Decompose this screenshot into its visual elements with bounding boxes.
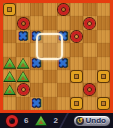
cell-r4c1[interactable] xyxy=(16,57,29,70)
cell-r7c2[interactable]: ✖ xyxy=(30,97,43,110)
cell-r5c2[interactable] xyxy=(30,70,43,83)
cell-r0c7[interactable] xyxy=(97,3,110,16)
cell-r5c3[interactable] xyxy=(43,70,56,83)
cell-r7c0[interactable] xyxy=(3,97,16,110)
cell-r1c6[interactable] xyxy=(83,16,96,29)
cell-r0c4[interactable] xyxy=(57,3,70,16)
cell-r3c5[interactable] xyxy=(70,43,83,56)
cell-r2c6[interactable] xyxy=(83,30,96,43)
cell-r5c0[interactable] xyxy=(3,70,16,83)
cell-r7c1[interactable] xyxy=(16,97,29,110)
square-piece xyxy=(71,98,82,109)
square-piece xyxy=(71,71,82,82)
ring-piece xyxy=(58,4,69,15)
cell-r6c5[interactable] xyxy=(70,83,83,96)
ring-count: 6 xyxy=(24,116,28,125)
cell-r5c4[interactable] xyxy=(57,70,70,83)
status-bar: 6 2 ↺ Undo xyxy=(0,113,113,128)
cell-r0c5[interactable] xyxy=(70,3,83,16)
cell-r5c1[interactable] xyxy=(16,70,29,83)
cell-r2c7[interactable] xyxy=(97,30,110,43)
ring-piece xyxy=(18,18,29,29)
cell-r1c4[interactable] xyxy=(57,16,70,29)
cell-r0c0[interactable] xyxy=(3,3,16,16)
cell-r1c7[interactable] xyxy=(97,16,110,29)
cell-r1c5[interactable] xyxy=(70,16,83,29)
cell-r5c5[interactable] xyxy=(70,70,83,83)
ring-piece xyxy=(84,84,95,95)
cell-r5c6[interactable] xyxy=(83,70,96,83)
undo-arrow-icon: ↺ xyxy=(76,117,84,125)
cell-r6c2[interactable] xyxy=(30,83,43,96)
ring-piece xyxy=(18,84,29,95)
cell-r6c0[interactable] xyxy=(3,83,16,96)
cell-r0c2[interactable] xyxy=(30,3,43,16)
square-piece xyxy=(4,4,15,15)
cross-piece: ✖ xyxy=(18,31,27,42)
ring-count-icon xyxy=(6,115,18,127)
undo-button-label: Undo xyxy=(86,116,106,125)
cell-r3c0[interactable] xyxy=(3,43,16,56)
cell-r2c1[interactable]: ✖ xyxy=(16,30,29,43)
square-piece xyxy=(98,98,109,109)
game-board: ✖✖✖✖✖✖ xyxy=(0,0,113,113)
cell-r6c6[interactable] xyxy=(83,83,96,96)
cell-r7c3[interactable] xyxy=(43,97,56,110)
cell-r1c0[interactable] xyxy=(3,16,16,29)
cell-r5c7[interactable] xyxy=(97,70,110,83)
triangle-piece xyxy=(17,71,30,82)
triangle-piece xyxy=(3,58,16,69)
cell-r6c1[interactable] xyxy=(16,83,29,96)
cell-r7c7[interactable] xyxy=(97,97,110,110)
square-piece xyxy=(98,71,109,82)
cell-r4c5[interactable] xyxy=(70,57,83,70)
cell-r1c3[interactable] xyxy=(43,16,56,29)
cell-r7c6[interactable] xyxy=(83,97,96,110)
cell-r0c6[interactable] xyxy=(83,3,96,16)
cell-r0c1[interactable] xyxy=(16,3,29,16)
ring-piece xyxy=(71,31,82,42)
cell-r7c4[interactable] xyxy=(57,97,70,110)
cell-r6c7[interactable] xyxy=(97,83,110,96)
triangle-count: 2 xyxy=(53,116,57,125)
triangle-piece xyxy=(3,71,16,82)
cell-r7c5[interactable] xyxy=(70,97,83,110)
cell-r2c5[interactable] xyxy=(70,30,83,43)
cell-r3c1[interactable] xyxy=(16,43,29,56)
cell-r3c7[interactable] xyxy=(97,43,110,56)
cell-r6c4[interactable] xyxy=(57,83,70,96)
cell-r4c7[interactable] xyxy=(97,57,110,70)
cell-r2c0[interactable] xyxy=(3,30,16,43)
cell-r0c3[interactable] xyxy=(43,3,56,16)
undo-button[interactable]: ↺ Undo xyxy=(73,115,111,127)
cell-r1c1[interactable] xyxy=(16,16,29,29)
cell-r4c0[interactable] xyxy=(3,57,16,70)
cell-r3c6[interactable] xyxy=(83,43,96,56)
triangle-piece xyxy=(17,58,30,69)
rotation-selector[interactable] xyxy=(36,33,63,60)
triangle-piece xyxy=(3,84,16,95)
cell-r6c3[interactable] xyxy=(43,83,56,96)
ring-piece xyxy=(84,18,95,29)
game-screen: ✖✖✖✖✖✖ 6 2 ↺ Undo xyxy=(0,0,113,128)
triangle-count-icon xyxy=(34,115,47,126)
cross-piece: ✖ xyxy=(32,98,41,109)
cell-r1c2[interactable] xyxy=(30,16,43,29)
cell-r4c6[interactable] xyxy=(83,57,96,70)
